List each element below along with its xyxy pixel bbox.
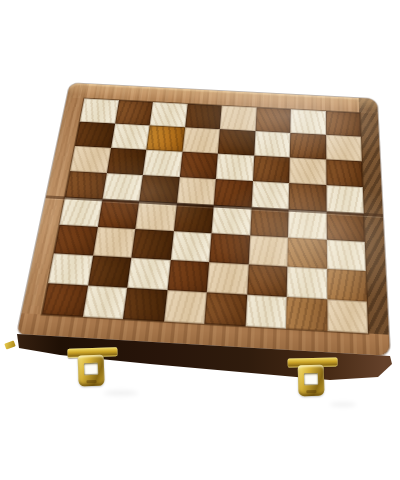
square-f3 xyxy=(248,235,288,266)
square-d1 xyxy=(164,290,207,324)
square-d3 xyxy=(170,231,211,262)
square-e6 xyxy=(216,154,254,181)
square-c5 xyxy=(139,175,179,203)
square-h8 xyxy=(325,111,361,137)
clasp-hook xyxy=(78,355,105,387)
square-h3 xyxy=(326,240,365,271)
square-g4 xyxy=(288,210,326,240)
square-c3 xyxy=(131,229,173,260)
square-e4 xyxy=(211,206,251,236)
shadow-smudge xyxy=(330,402,356,407)
product-photo-chess-box: Closed folding wooden chess board box wi… xyxy=(0,0,400,480)
chess-board-top-face xyxy=(17,83,390,356)
square-a4 xyxy=(59,197,101,227)
square-d7 xyxy=(182,127,220,153)
square-a5 xyxy=(65,171,107,199)
square-f7 xyxy=(254,131,291,157)
square-g6 xyxy=(289,157,326,185)
square-a8 xyxy=(80,98,119,123)
shadow-smudge xyxy=(104,390,138,396)
square-g5 xyxy=(289,183,327,212)
square-e7 xyxy=(218,129,255,155)
square-b3 xyxy=(93,227,136,258)
clasp-hook-notch xyxy=(306,390,316,393)
right-brass-clasp xyxy=(288,357,339,396)
square-e2 xyxy=(207,262,248,294)
square-g3 xyxy=(287,238,326,269)
square-c1 xyxy=(123,288,167,322)
square-f2 xyxy=(247,264,288,297)
square-g2 xyxy=(287,267,327,300)
square-h6 xyxy=(326,159,363,187)
square-f1 xyxy=(245,295,287,329)
clasp-hook xyxy=(298,365,325,397)
square-d2 xyxy=(167,260,209,292)
square-a6 xyxy=(70,146,111,173)
square-c4 xyxy=(135,201,176,231)
square-f6 xyxy=(252,156,289,184)
square-d5 xyxy=(176,177,215,206)
clasp-hook-hole xyxy=(304,373,318,385)
square-g7 xyxy=(290,133,326,160)
square-e1 xyxy=(204,292,246,326)
square-d8 xyxy=(185,104,222,129)
square-b7 xyxy=(111,124,150,150)
square-h4 xyxy=(326,212,365,242)
square-f4 xyxy=(250,208,289,238)
square-f8 xyxy=(255,107,291,132)
square-a2 xyxy=(48,253,93,285)
square-h7 xyxy=(326,135,362,162)
square-d4 xyxy=(173,204,213,234)
square-c7 xyxy=(146,125,184,151)
square-h2 xyxy=(327,269,367,302)
square-e3 xyxy=(209,233,250,264)
square-g1 xyxy=(286,297,327,331)
square-f5 xyxy=(251,181,289,210)
clasp-hook-hole xyxy=(84,363,98,375)
square-b2 xyxy=(88,256,132,288)
square-a1 xyxy=(42,283,88,317)
board-squares xyxy=(42,98,368,333)
left-brass-clasp xyxy=(67,347,118,387)
square-g8 xyxy=(290,109,325,135)
brass-hinge-glint xyxy=(4,340,15,349)
square-a7 xyxy=(75,122,115,148)
square-c6 xyxy=(143,150,182,177)
clasp-hook-notch xyxy=(86,380,96,383)
square-c2 xyxy=(127,258,170,290)
square-a3 xyxy=(54,225,97,256)
square-b8 xyxy=(115,100,153,125)
square-h1 xyxy=(327,299,368,333)
square-b1 xyxy=(82,285,127,319)
square-b4 xyxy=(97,199,139,229)
square-h5 xyxy=(326,185,364,214)
square-e5 xyxy=(214,179,253,208)
square-b6 xyxy=(106,148,146,175)
square-c8 xyxy=(150,102,188,127)
square-e8 xyxy=(220,106,256,131)
square-d6 xyxy=(179,152,218,179)
square-b5 xyxy=(102,173,143,201)
